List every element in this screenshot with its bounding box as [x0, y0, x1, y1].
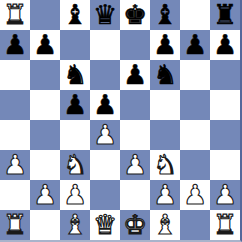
square-a1[interactable]: ♜: [0, 210, 30, 240]
square-d7[interactable]: [90, 30, 120, 60]
square-a8[interactable]: ♜: [0, 0, 30, 30]
square-f8[interactable]: ♝: [150, 0, 180, 30]
white-king-e1: ♚: [123, 211, 147, 238]
square-d6[interactable]: [90, 60, 120, 90]
square-b2[interactable]: ♟: [30, 180, 60, 210]
square-c2[interactable]: ♟: [60, 180, 90, 210]
black-knight-c6: ♞: [63, 61, 87, 88]
square-f7[interactable]: ♟: [150, 30, 180, 60]
black-pawn-g7: ♟: [183, 31, 207, 58]
white-pawn-b2: ♟: [33, 181, 57, 208]
square-c7[interactable]: [60, 30, 90, 60]
square-d1[interactable]: ♛: [90, 210, 120, 240]
black-pawn-b7: ♟: [33, 31, 57, 58]
square-a5[interactable]: [0, 90, 30, 120]
square-e2[interactable]: [120, 180, 150, 210]
white-queen-d1: ♛: [93, 211, 117, 238]
square-b3[interactable]: [30, 150, 60, 180]
square-h8[interactable]: ♜: [210, 0, 240, 30]
square-e8[interactable]: ♚: [120, 0, 150, 30]
black-pawn-f7: ♟: [153, 31, 177, 58]
square-e3[interactable]: ♟: [120, 150, 150, 180]
square-c6[interactable]: ♞: [60, 60, 90, 90]
square-e7[interactable]: [120, 30, 150, 60]
square-c8[interactable]: ♝: [60, 0, 90, 30]
black-pawn-a7: ♟: [3, 31, 27, 58]
white-knight-f3: ♞: [153, 151, 177, 178]
white-bishop-c1: ♝: [63, 211, 87, 238]
black-bishop-c8: ♝: [63, 1, 87, 28]
white-pawn-d4: ♟: [93, 121, 117, 148]
white-pawn-c2: ♟: [63, 181, 87, 208]
square-e5[interactable]: [120, 90, 150, 120]
square-a3[interactable]: ♟: [0, 150, 30, 180]
black-pawn-h7: ♟: [213, 31, 237, 58]
chess-board: ♜♝♛♚♝♜♟♟♟♟♟♞♟♞♟♟♟♟♞♟♞♟♟♟♟♟♜♝♛♚♝♜: [0, 0, 242, 242]
white-pawn-e3: ♟: [123, 151, 147, 178]
square-g1[interactable]: [180, 210, 210, 240]
square-b7[interactable]: ♟: [30, 30, 60, 60]
square-a4[interactable]: [0, 120, 30, 150]
square-a6[interactable]: [0, 60, 30, 90]
white-pawn-h2: ♟: [213, 181, 237, 208]
square-g7[interactable]: ♟: [180, 30, 210, 60]
square-h7[interactable]: ♟: [210, 30, 240, 60]
square-d3[interactable]: [90, 150, 120, 180]
white-pawn-g2: ♟: [183, 181, 207, 208]
black-pawn-d5: ♟: [93, 91, 117, 118]
square-b6[interactable]: [30, 60, 60, 90]
square-f6[interactable]: ♞: [150, 60, 180, 90]
white-knight-c3: ♞: [63, 151, 87, 178]
white-rook-h1: ♜: [213, 211, 237, 238]
square-c4[interactable]: [60, 120, 90, 150]
square-g6[interactable]: [180, 60, 210, 90]
square-g5[interactable]: [180, 90, 210, 120]
square-e1[interactable]: ♚: [120, 210, 150, 240]
white-pawn-a3: ♟: [3, 151, 27, 178]
square-h5[interactable]: [210, 90, 240, 120]
square-h1[interactable]: ♜: [210, 210, 240, 240]
square-h3[interactable]: [210, 150, 240, 180]
square-d8[interactable]: ♛: [90, 0, 120, 30]
square-c5[interactable]: ♟: [60, 90, 90, 120]
black-pawn-c5: ♟: [63, 91, 87, 118]
square-b5[interactable]: [30, 90, 60, 120]
square-d4[interactable]: ♟: [90, 120, 120, 150]
square-f1[interactable]: ♝: [150, 210, 180, 240]
square-h6[interactable]: [210, 60, 240, 90]
square-a2[interactable]: [0, 180, 30, 210]
black-pawn-e6: ♟: [123, 61, 147, 88]
white-pawn-f2: ♟: [153, 181, 177, 208]
black-bishop-f8: ♝: [153, 1, 177, 28]
square-g3[interactable]: [180, 150, 210, 180]
square-f4[interactable]: [150, 120, 180, 150]
square-c1[interactable]: ♝: [60, 210, 90, 240]
square-a7[interactable]: ♟: [0, 30, 30, 60]
square-e6[interactable]: ♟: [120, 60, 150, 90]
square-c3[interactable]: ♞: [60, 150, 90, 180]
square-e4[interactable]: [120, 120, 150, 150]
square-d5[interactable]: ♟: [90, 90, 120, 120]
white-rook-a1: ♜: [3, 211, 27, 238]
square-b8[interactable]: [30, 0, 60, 30]
white-bishop-f1: ♝: [153, 211, 177, 238]
square-b4[interactable]: [30, 120, 60, 150]
square-d2[interactable]: [90, 180, 120, 210]
black-queen-d8: ♛: [93, 1, 117, 28]
square-f2[interactable]: ♟: [150, 180, 180, 210]
white-rook-a8: ♜: [3, 1, 27, 28]
square-f3[interactable]: ♞: [150, 150, 180, 180]
black-rook-h8: ♜: [213, 1, 237, 28]
square-h4[interactable]: [210, 120, 240, 150]
black-knight-f6: ♞: [153, 61, 177, 88]
square-g2[interactable]: ♟: [180, 180, 210, 210]
square-g8[interactable]: [180, 0, 210, 30]
square-b1[interactable]: [30, 210, 60, 240]
square-h2[interactable]: ♟: [210, 180, 240, 210]
square-f5[interactable]: [150, 90, 180, 120]
square-g4[interactable]: [180, 120, 210, 150]
black-king-e8: ♚: [123, 1, 147, 28]
